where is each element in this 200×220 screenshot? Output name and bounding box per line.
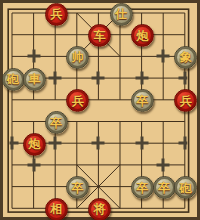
piece-olive-pawn[interactable]: 卒: [45, 111, 68, 134]
piece-red-pawn[interactable]: 兵: [45, 3, 68, 26]
piece-olive-pawn[interactable]: 卒: [131, 89, 154, 112]
point-marker: [27, 158, 40, 171]
piece-character: 相: [50, 203, 62, 215]
piece-character: 仕: [115, 8, 127, 20]
point-marker: [92, 72, 105, 85]
piece-red-pawn[interactable]: 兵: [66, 89, 89, 112]
piece-character: 炮: [29, 138, 41, 150]
piece-character: 兵: [50, 8, 62, 20]
point-marker: [49, 137, 62, 150]
piece-olive-elephant[interactable]: 象: [174, 46, 197, 69]
point-marker: [92, 137, 105, 150]
piece-olive-pawn[interactable]: 卒: [131, 176, 154, 199]
piece-character: 卒: [137, 95, 149, 107]
piece-character: 将: [93, 203, 105, 215]
piece-olive-advisor[interactable]: 仕: [110, 3, 133, 26]
piece-character: 兵: [180, 95, 192, 107]
piece-red-rook[interactable]: 车: [88, 24, 111, 47]
piece-olive-pawn[interactable]: 卒: [66, 176, 89, 199]
point-marker: [157, 50, 170, 63]
point-marker: [178, 72, 191, 85]
point-marker: [6, 137, 19, 150]
piece-olive-rook[interactable]: 車: [23, 68, 46, 91]
point-marker: [135, 137, 148, 150]
piece-character: 帅: [72, 51, 84, 63]
piece-character: 卒: [72, 182, 84, 194]
point-marker: [178, 137, 191, 150]
piece-olive-cannon[interactable]: 砲: [174, 176, 197, 199]
point-marker: [135, 72, 148, 85]
piece-red-general[interactable]: 将: [88, 198, 111, 220]
point-marker: [27, 50, 40, 63]
piece-character: 卒: [137, 182, 149, 194]
piece-character: 卒: [158, 182, 170, 194]
pieces-layer: 兵仕车炮帅象砲車兵卒兵卒炮卒卒卒砲相将: [0, 0, 200, 220]
piece-character: 象: [180, 51, 192, 63]
piece-character: 车: [93, 30, 105, 42]
piece-character: 砲: [7, 73, 19, 85]
piece-red-elephant[interactable]: 相: [45, 198, 68, 220]
piece-character: 炮: [137, 30, 149, 42]
point-marker: [157, 158, 170, 171]
piece-character: 砲: [180, 182, 192, 194]
piece-red-pawn[interactable]: 兵: [174, 89, 197, 112]
piece-character: 卒: [50, 117, 62, 129]
piece-red-cannon[interactable]: 炮: [131, 24, 154, 47]
piece-character: 兵: [72, 95, 84, 107]
piece-red-cannon[interactable]: 炮: [23, 133, 46, 156]
piece-olive-cannon[interactable]: 砲: [2, 68, 25, 91]
point-marker: [49, 72, 62, 85]
piece-olive-general[interactable]: 帅: [66, 46, 89, 69]
xiangqi-board[interactable]: 兵仕车炮帅象砲車兵卒兵卒炮卒卒卒砲相将: [0, 0, 200, 220]
piece-olive-pawn[interactable]: 卒: [153, 176, 176, 199]
piece-character: 車: [29, 73, 41, 85]
